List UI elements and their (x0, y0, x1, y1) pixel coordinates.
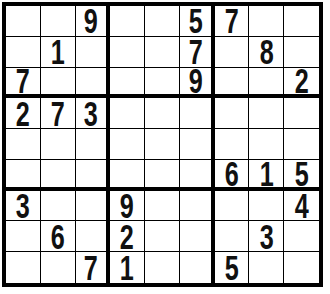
sudoku-page: 957178792273615394623715 (0, 0, 330, 294)
cell-r7c5[interactable] (145, 191, 180, 222)
cell-r8c8[interactable]: 3 (249, 221, 284, 252)
cell-r4c5[interactable] (145, 98, 180, 129)
cell-r2c9[interactable] (284, 37, 319, 68)
cell-r5c4[interactable] (110, 129, 145, 160)
cell-r7c3[interactable] (76, 191, 111, 222)
cell-r4c2[interactable]: 7 (41, 98, 76, 129)
cell-r5c6[interactable] (180, 129, 215, 160)
cell-r3c3[interactable] (76, 68, 111, 99)
cell-r9c7[interactable]: 5 (215, 252, 250, 283)
cell-r5c7[interactable] (215, 129, 250, 160)
given-digit: 8 (259, 37, 273, 68)
given-digit: 3 (84, 98, 98, 129)
cell-r2c6[interactable]: 7 (180, 37, 215, 68)
cell-r9c8[interactable] (249, 252, 284, 283)
cell-r9c9[interactable] (284, 252, 319, 283)
cell-r1c4[interactable] (110, 6, 145, 37)
cell-r4c8[interactable] (249, 98, 284, 129)
cell-r1c1[interactable] (6, 6, 41, 37)
cell-r4c1[interactable]: 2 (6, 98, 41, 129)
cell-r3c8[interactable] (249, 68, 284, 99)
cell-r2c8[interactable]: 8 (249, 37, 284, 68)
cell-r3c1[interactable]: 7 (6, 68, 41, 99)
given-digit: 5 (295, 160, 309, 191)
cell-r1c3[interactable]: 9 (76, 6, 111, 37)
cell-r6c3[interactable] (76, 160, 111, 191)
given-digit: 7 (188, 37, 202, 68)
cell-r1c2[interactable] (41, 6, 76, 37)
cell-r8c2[interactable]: 6 (41, 221, 76, 252)
cell-r9c6[interactable] (180, 252, 215, 283)
cell-r1c6[interactable]: 5 (180, 6, 215, 37)
cell-r6c7[interactable]: 6 (215, 160, 250, 191)
given-digit: 5 (225, 252, 239, 283)
cell-r1c9[interactable] (284, 6, 319, 37)
cell-r7c8[interactable] (249, 191, 284, 222)
cell-r4c4[interactable] (110, 98, 145, 129)
cell-r7c1[interactable]: 3 (6, 191, 41, 222)
cell-r1c7[interactable]: 7 (215, 6, 250, 37)
cell-r8c7[interactable] (215, 221, 250, 252)
given-digit: 2 (16, 98, 30, 129)
cell-r6c1[interactable] (6, 160, 41, 191)
cell-r3c6[interactable]: 9 (180, 68, 215, 99)
cell-r3c9[interactable]: 2 (284, 68, 319, 99)
cell-r6c9[interactable]: 5 (284, 160, 319, 191)
cell-r6c6[interactable] (180, 160, 215, 191)
given-digit: 3 (259, 221, 273, 252)
cell-r4c7[interactable] (215, 98, 250, 129)
cell-r9c3[interactable]: 7 (76, 252, 111, 283)
given-digit: 9 (188, 68, 202, 99)
cell-r5c9[interactable] (284, 129, 319, 160)
given-digit: 7 (225, 6, 239, 37)
cell-r7c9[interactable]: 4 (284, 191, 319, 222)
given-digit: 3 (16, 191, 30, 222)
cell-r7c7[interactable] (215, 191, 250, 222)
cell-r2c1[interactable] (6, 37, 41, 68)
cell-r3c2[interactable] (41, 68, 76, 99)
cell-r8c5[interactable] (145, 221, 180, 252)
cell-r4c9[interactable] (284, 98, 319, 129)
cell-r5c3[interactable] (76, 129, 111, 160)
cell-r9c1[interactable] (6, 252, 41, 283)
cell-r2c7[interactable] (215, 37, 250, 68)
cell-r3c4[interactable] (110, 68, 145, 99)
cell-r5c1[interactable] (6, 129, 41, 160)
given-digit: 1 (259, 160, 273, 191)
cell-r2c2[interactable]: 1 (41, 37, 76, 68)
cell-r8c9[interactable] (284, 221, 319, 252)
cell-r9c5[interactable] (145, 252, 180, 283)
cell-r2c5[interactable] (145, 37, 180, 68)
cell-r6c4[interactable] (110, 160, 145, 191)
cell-r3c7[interactable] (215, 68, 250, 99)
cell-r5c2[interactable] (41, 129, 76, 160)
given-digit: 7 (51, 98, 65, 129)
sudoku-board: 957178792273615394623715 (2, 2, 323, 287)
given-digit: 6 (225, 160, 239, 191)
given-digit: 5 (188, 6, 202, 37)
given-digit: 9 (120, 191, 134, 222)
given-digit: 2 (120, 221, 134, 252)
given-digit: 7 (16, 68, 30, 99)
cell-r8c1[interactable] (6, 221, 41, 252)
cell-r9c4[interactable]: 1 (110, 252, 145, 283)
cell-r7c4[interactable]: 9 (110, 191, 145, 222)
given-digit: 1 (51, 37, 65, 68)
given-digit: 6 (51, 221, 65, 252)
given-digit: 9 (84, 6, 98, 37)
cell-r9c2[interactable] (41, 252, 76, 283)
cell-r8c4[interactable]: 2 (110, 221, 145, 252)
cell-r6c2[interactable] (41, 160, 76, 191)
cell-r2c4[interactable] (110, 37, 145, 68)
given-digit: 4 (295, 191, 309, 222)
cell-r8c6[interactable] (180, 221, 215, 252)
cell-r2c3[interactable] (76, 37, 111, 68)
cell-r5c8[interactable] (249, 129, 284, 160)
cell-r7c2[interactable] (41, 191, 76, 222)
cell-r7c6[interactable] (180, 191, 215, 222)
given-digit: 2 (295, 68, 309, 99)
cell-r4c3[interactable]: 3 (76, 98, 111, 129)
cell-r5c5[interactable] (145, 129, 180, 160)
cell-r3c5[interactable] (145, 68, 180, 99)
cell-r4c6[interactable] (180, 98, 215, 129)
cell-r1c5[interactable] (145, 6, 180, 37)
cell-r8c3[interactable] (76, 221, 111, 252)
given-digit: 1 (120, 252, 134, 283)
cell-r1c8[interactable] (249, 6, 284, 37)
given-digit: 7 (84, 252, 98, 283)
cell-r6c5[interactable] (145, 160, 180, 191)
cell-r6c8[interactable]: 1 (249, 160, 284, 191)
